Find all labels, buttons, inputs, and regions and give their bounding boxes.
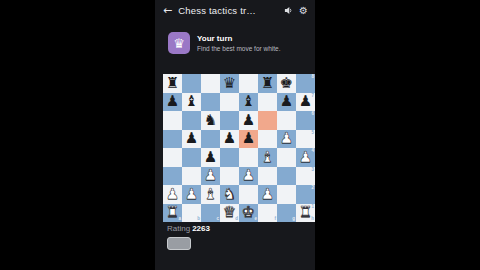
square-e7[interactable]: ♝ — [239, 93, 258, 112]
square-d8[interactable]: ♛ — [220, 74, 239, 93]
square-f5[interactable] — [258, 130, 277, 149]
square-a8[interactable]: ♜ — [163, 74, 182, 93]
white-pawn: ♟ — [242, 168, 255, 183]
rank-coordinate: 3 — [311, 168, 314, 173]
square-e2[interactable] — [239, 185, 258, 204]
black-pawn: ♟ — [185, 131, 198, 146]
square-b7[interactable]: ♝ — [182, 93, 201, 112]
back-arrow-icon[interactable]: ← — [163, 5, 172, 16]
black-pawn: ♟ — [166, 94, 179, 109]
black-pawn: ♟ — [242, 131, 255, 146]
square-g5[interactable]: ♟ — [277, 130, 296, 149]
square-d6[interactable] — [220, 111, 239, 130]
square-f8[interactable]: ♜ — [258, 74, 277, 93]
square-f2[interactable]: ♟ — [258, 185, 277, 204]
white-bishop: ♝ — [261, 150, 274, 165]
file-coordinate: a — [178, 217, 181, 222]
square-c3[interactable]: ♟ — [201, 167, 220, 186]
square-f1[interactable]: f — [258, 204, 277, 223]
square-a6[interactable] — [163, 111, 182, 130]
square-f6[interactable] — [258, 111, 277, 130]
white-bishop: ♝ — [204, 187, 217, 202]
top-bar: ← Chess tactics tr… ⚙ — [155, 0, 315, 21]
square-g8[interactable]: ♚ — [277, 74, 296, 93]
square-e5[interactable]: ♟ — [239, 130, 258, 149]
rating-label: Rating — [167, 224, 190, 233]
white-queen: ♛ — [223, 205, 236, 220]
square-d7[interactable] — [220, 93, 239, 112]
square-h8[interactable]: 8 — [296, 74, 315, 93]
rating-value: 2263 — [192, 224, 210, 233]
rank-coordinate: 8 — [311, 75, 314, 80]
black-bishop: ♝ — [185, 94, 198, 109]
rank-coordinate: 1 — [311, 205, 314, 210]
rank-coordinate: 5 — [311, 131, 314, 136]
square-b3[interactable] — [182, 167, 201, 186]
black-pawn: ♟ — [242, 113, 255, 128]
square-g6[interactable] — [277, 111, 296, 130]
square-c7[interactable] — [201, 93, 220, 112]
black-rook: ♜ — [166, 76, 179, 91]
square-e1[interactable]: ♚e — [239, 204, 258, 223]
page-title: Chess tactics tr… — [178, 5, 278, 16]
square-g4[interactable] — [277, 148, 296, 167]
square-b1[interactable]: b — [182, 204, 201, 223]
square-f3[interactable] — [258, 167, 277, 186]
square-b5[interactable]: ♟ — [182, 130, 201, 149]
white-king: ♚ — [242, 205, 255, 220]
square-e3[interactable]: ♟ — [239, 167, 258, 186]
settings-gear-icon[interactable]: ⚙ — [299, 6, 308, 16]
turn-banner: ♛ Your turn Find the best move for white… — [155, 21, 315, 54]
square-h2[interactable]: 2 — [296, 185, 315, 204]
file-coordinate: d — [235, 217, 238, 222]
square-d4[interactable] — [220, 148, 239, 167]
file-coordinate: e — [254, 217, 257, 222]
square-h5[interactable]: 5 — [296, 130, 315, 149]
black-bishop: ♝ — [242, 94, 255, 109]
square-b2[interactable]: ♟ — [182, 185, 201, 204]
square-a5[interactable] — [163, 130, 182, 149]
white-pawn: ♟ — [166, 187, 179, 202]
square-d5[interactable]: ♟ — [220, 130, 239, 149]
puzzle-queen-icon: ♛ — [168, 32, 190, 54]
rating-row: Rating2263 — [167, 224, 210, 233]
square-a1[interactable]: ♜a — [163, 204, 182, 223]
square-e8[interactable] — [239, 74, 258, 93]
square-d3[interactable] — [220, 167, 239, 186]
square-b4[interactable] — [182, 148, 201, 167]
rank-coordinate: 4 — [311, 149, 314, 154]
square-c6[interactable]: ♞ — [201, 111, 220, 130]
square-c8[interactable] — [201, 74, 220, 93]
square-a4[interactable] — [163, 148, 182, 167]
file-coordinate: f — [275, 217, 277, 222]
black-knight: ♞ — [204, 113, 217, 128]
square-f4[interactable]: ♝ — [258, 148, 277, 167]
square-g7[interactable]: ♟ — [277, 93, 296, 112]
volume-icon[interactable] — [284, 6, 293, 15]
app-screen: ← Chess tactics tr… ⚙ ♛ Your turn Find t… — [155, 0, 315, 270]
rank-coordinate: 7 — [311, 94, 314, 99]
turn-title: Your turn — [197, 34, 280, 43]
black-pawn: ♟ — [223, 131, 236, 146]
rank-coordinate: 6 — [311, 112, 314, 117]
file-coordinate: b — [197, 217, 200, 222]
square-c5[interactable] — [201, 130, 220, 149]
square-e6[interactable]: ♟ — [239, 111, 258, 130]
white-pawn: ♟ — [261, 187, 274, 202]
white-pawn: ♟ — [280, 131, 293, 146]
turn-subtitle: Find the best move for white. — [197, 45, 280, 52]
square-h3[interactable]: 3 — [296, 167, 315, 186]
white-pawn: ♟ — [299, 150, 312, 165]
square-a3[interactable] — [163, 167, 182, 186]
square-h1[interactable]: ♜1h — [296, 204, 315, 223]
square-h4[interactable]: ♟4 — [296, 148, 315, 167]
black-rook: ♜ — [261, 76, 274, 91]
white-rook: ♜ — [166, 205, 179, 220]
black-queen: ♛ — [223, 76, 236, 91]
black-pawn: ♟ — [280, 94, 293, 109]
square-e4[interactable] — [239, 148, 258, 167]
file-coordinate: g — [292, 217, 295, 222]
action-button[interactable] — [167, 237, 191, 250]
square-h7[interactable]: ♟7 — [296, 93, 315, 112]
white-pawn: ♟ — [204, 168, 217, 183]
white-knight: ♞ — [223, 187, 236, 202]
square-g3[interactable] — [277, 167, 296, 186]
black-pawn: ♟ — [299, 94, 312, 109]
turn-banner-text: Your turn Find the best move for white. — [197, 34, 280, 52]
square-a2[interactable]: ♟ — [163, 185, 182, 204]
square-d1[interactable]: ♛d — [220, 204, 239, 223]
chess-board: ♜♛♜♚8♟♝♝♟♟7♞♟6♟♟♟♟5♟♝♟4♟♟3♟♟♝♞♟2♜abc♛d♚e… — [163, 74, 315, 222]
white-rook: ♜ — [299, 205, 312, 220]
square-a7[interactable]: ♟ — [163, 93, 182, 112]
rank-coordinate: 2 — [311, 186, 314, 191]
square-g1[interactable]: g — [277, 204, 296, 223]
square-b6[interactable] — [182, 111, 201, 130]
file-coordinate: h — [311, 217, 314, 222]
black-pawn: ♟ — [204, 150, 217, 165]
black-king: ♚ — [280, 76, 293, 91]
square-d2[interactable]: ♞ — [220, 185, 239, 204]
square-c2[interactable]: ♝ — [201, 185, 220, 204]
square-b8[interactable] — [182, 74, 201, 93]
white-pawn: ♟ — [185, 187, 198, 202]
square-h6[interactable]: 6 — [296, 111, 315, 130]
square-f7[interactable] — [258, 93, 277, 112]
file-coordinate: c — [216, 217, 219, 222]
square-c4[interactable]: ♟ — [201, 148, 220, 167]
square-g2[interactable] — [277, 185, 296, 204]
square-c1[interactable]: c — [201, 204, 220, 223]
